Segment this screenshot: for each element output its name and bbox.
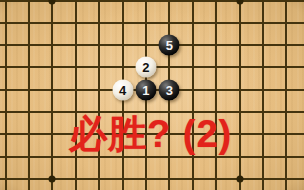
move-number-label: 3	[166, 83, 173, 96]
stone-black-1: 1	[135, 79, 156, 100]
grid-line-vertical	[28, 0, 30, 190]
move-number-label: 5	[166, 39, 173, 52]
grid-line-horizontal	[0, 178, 304, 180]
puzzle-caption: 必胜? (2)	[69, 114, 232, 156]
star-point	[49, 175, 56, 182]
grid-line-vertical	[262, 0, 264, 190]
stone-white-2: 2	[135, 57, 156, 78]
grid-line-horizontal	[0, 22, 304, 24]
move-number-label: 2	[142, 61, 149, 74]
stone-black-3: 3	[159, 79, 180, 100]
grid-line-horizontal	[0, 156, 304, 158]
star-point	[236, 175, 243, 182]
grid-line-vertical	[215, 0, 217, 190]
move-number-label: 1	[142, 83, 149, 96]
grid-line-vertical	[285, 0, 287, 190]
grid-line-horizontal	[0, 0, 304, 2]
grid-line-vertical	[51, 0, 53, 190]
grid-line-vertical	[5, 0, 7, 190]
stone-black-5: 5	[159, 35, 180, 56]
grid-line-vertical	[75, 0, 77, 190]
grid-line-horizontal	[0, 44, 304, 46]
grid-line-vertical	[192, 0, 194, 190]
move-number-label: 4	[119, 83, 126, 96]
grid-line-vertical	[98, 0, 100, 190]
stone-white-4: 4	[112, 79, 133, 100]
gomoku-board: 12345 必胜? (2)	[0, 0, 304, 190]
grid-line-vertical	[239, 0, 241, 190]
